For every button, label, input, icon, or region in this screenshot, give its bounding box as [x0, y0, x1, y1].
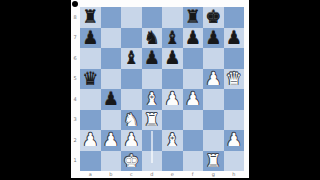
board-square-h6[interactable]: [224, 48, 245, 69]
board-square-g4[interactable]: [203, 89, 224, 110]
file-label-f: f: [183, 172, 204, 177]
black-pawn-b4[interactable]: ♟: [103, 90, 119, 108]
board-square-d1[interactable]: [142, 151, 163, 172]
board-square-a6[interactable]: [80, 48, 101, 69]
rank-label-1: 1: [71, 158, 79, 163]
file-label-d: d: [142, 172, 163, 177]
board-square-h1[interactable]: [224, 151, 245, 172]
board-square-d6[interactable]: ♟: [142, 48, 163, 69]
board-square-f1[interactable]: [183, 151, 204, 172]
board-square-g6[interactable]: [203, 48, 224, 69]
board-square-a1[interactable]: [80, 151, 101, 172]
board-square-d2[interactable]: [142, 130, 163, 151]
board-square-b2[interactable]: ♟: [101, 130, 122, 151]
black-bishop-e7[interactable]: ♝: [164, 28, 180, 46]
white-bishop-d4[interactable]: ♝: [144, 90, 160, 108]
board-square-e3[interactable]: [162, 110, 183, 131]
board-square-f6[interactable]: [183, 48, 204, 69]
black-bishop-c6[interactable]: ♝: [123, 49, 139, 67]
white-pawn-f4[interactable]: ♟: [185, 90, 201, 108]
white-pawn-a2[interactable]: ♟: [82, 131, 98, 149]
board-square-h4[interactable]: [224, 89, 245, 110]
white-pawn-b2[interactable]: ♟: [103, 131, 119, 149]
board-square-d4[interactable]: ♝: [142, 89, 163, 110]
board-square-b5[interactable]: [101, 69, 122, 90]
black-pawn-h7[interactable]: ♟: [226, 28, 242, 46]
board-square-e8[interactable]: [162, 7, 183, 28]
black-pawn-e6[interactable]: ♟: [164, 49, 180, 67]
black-pawn-g7[interactable]: ♟: [205, 28, 221, 46]
board-square-g8[interactable]: ♚: [203, 7, 224, 28]
white-rook-g1[interactable]: ♜: [205, 151, 221, 169]
board-square-b7[interactable]: [101, 28, 122, 49]
black-rook-a8[interactable]: ♜: [82, 8, 98, 26]
board-square-g3[interactable]: [203, 110, 224, 131]
board-square-a7[interactable]: ♟: [80, 28, 101, 49]
white-king-c1[interactable]: ♚: [123, 151, 139, 169]
board-square-b8[interactable]: [101, 7, 122, 28]
file-labels: abcdefgh: [80, 171, 244, 178]
file-label-a: a: [80, 172, 101, 177]
board-square-h7[interactable]: ♟: [224, 28, 245, 49]
board-square-c3[interactable]: ♞: [121, 110, 142, 131]
chess-board-panel: 87654321 ♜♜♚♟♞♝♟♟♟♝♟♟♛♟♛♟♝♟♟♞♜♟♟♟♝♟♚♜ ab…: [71, 0, 249, 178]
rank-label-5: 5: [71, 76, 79, 81]
board-square-g2[interactable]: [203, 130, 224, 151]
file-label-e: e: [162, 172, 183, 177]
board-square-f8[interactable]: ♜: [183, 7, 204, 28]
file-label-c: c: [121, 172, 142, 177]
black-king-g8[interactable]: ♚: [205, 8, 221, 26]
rank-label-4: 4: [71, 97, 79, 102]
board-square-g1[interactable]: ♜: [203, 151, 224, 172]
board-square-a3[interactable]: [80, 110, 101, 131]
board-square-d5[interactable]: [142, 69, 163, 90]
chess-board[interactable]: ♜♜♚♟♞♝♟♟♟♝♟♟♛♟♛♟♝♟♟♞♜♟♟♟♝♟♚♜: [80, 7, 244, 171]
black-knight-d7[interactable]: ♞: [144, 28, 160, 46]
black-pawn-a7[interactable]: ♟: [82, 28, 98, 46]
rank-label-3: 3: [71, 117, 79, 122]
board-square-f4[interactable]: ♟: [183, 89, 204, 110]
board-square-b3[interactable]: [101, 110, 122, 131]
board-square-h3[interactable]: [224, 110, 245, 131]
white-pawn-c2[interactable]: ♟: [123, 131, 139, 149]
board-square-c5[interactable]: [121, 69, 142, 90]
white-rook-d3[interactable]: ♜: [144, 110, 160, 128]
board-square-f7[interactable]: ♟: [183, 28, 204, 49]
board-square-d3[interactable]: ♜: [142, 110, 163, 131]
file-label-b: b: [101, 172, 122, 177]
board-square-h5[interactable]: ♛: [224, 69, 245, 90]
board-square-a5[interactable]: ♛: [80, 69, 101, 90]
board-square-e1[interactable]: [162, 151, 183, 172]
board-square-f3[interactable]: [183, 110, 204, 131]
rank-label-8: 8: [71, 15, 79, 20]
white-queen-h5[interactable]: ♛: [226, 69, 242, 87]
white-knight-c3[interactable]: ♞: [123, 110, 139, 128]
black-queen-a5[interactable]: ♛: [82, 69, 98, 87]
file-label-g: g: [203, 172, 224, 177]
black-pawn-f7[interactable]: ♟: [185, 28, 201, 46]
board-square-h2[interactable]: ♟: [224, 130, 245, 151]
board-square-g5[interactable]: ♟: [203, 69, 224, 90]
board-square-e4[interactable]: ♟: [162, 89, 183, 110]
board-square-e6[interactable]: ♟: [162, 48, 183, 69]
white-pawn-e4[interactable]: ♟: [164, 90, 180, 108]
rank-labels: 87654321: [71, 7, 80, 171]
black-rook-f8[interactable]: ♜: [185, 8, 201, 26]
white-pawn-h2[interactable]: ♟: [226, 131, 242, 149]
board-square-e5[interactable]: [162, 69, 183, 90]
board-square-c4[interactable]: [121, 89, 142, 110]
board-square-b1[interactable]: [101, 151, 122, 172]
board-square-f2[interactable]: [183, 130, 204, 151]
white-bishop-e2[interactable]: ♝: [164, 131, 180, 149]
rank-label-2: 2: [71, 138, 79, 143]
board-square-h8[interactable]: [224, 7, 245, 28]
board-square-a2[interactable]: ♟: [80, 130, 101, 151]
white-pawn-g5[interactable]: ♟: [205, 69, 221, 87]
file-label-h: h: [224, 172, 245, 177]
board-square-c6[interactable]: ♝: [121, 48, 142, 69]
board-square-c7[interactable]: [121, 28, 142, 49]
rank-label-6: 6: [71, 56, 79, 61]
board-square-a8[interactable]: ♜: [80, 7, 101, 28]
board-square-b6[interactable]: [101, 48, 122, 69]
board-square-b4[interactable]: ♟: [101, 89, 122, 110]
board-square-c2[interactable]: ♟: [121, 130, 142, 151]
board-square-c1[interactable]: ♚: [121, 151, 142, 172]
board-square-d8[interactable]: [142, 7, 163, 28]
board-square-f5[interactable]: [183, 69, 204, 90]
black-pawn-d6[interactable]: ♟: [144, 49, 160, 67]
board-square-e7[interactable]: ♝: [162, 28, 183, 49]
board-square-a4[interactable]: [80, 89, 101, 110]
board-square-d7[interactable]: ♞: [142, 28, 163, 49]
board-square-c8[interactable]: [121, 7, 142, 28]
board-square-e2[interactable]: ♝: [162, 130, 183, 151]
rank-label-7: 7: [71, 35, 79, 40]
board-square-g7[interactable]: ♟: [203, 28, 224, 49]
